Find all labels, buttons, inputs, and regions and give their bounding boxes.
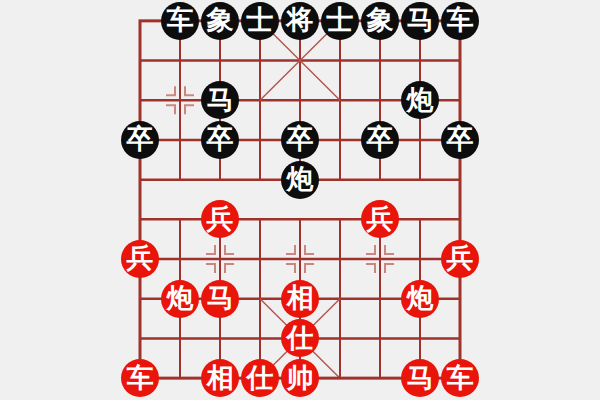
piece-red-general[interactable]: 帅 [281,359,319,397]
piece-red-cannon[interactable]: 炮 [401,280,439,318]
piece-black-soldier[interactable]: 卒 [281,121,319,159]
piece-black-horse[interactable]: 马 [401,2,439,40]
piece-red-advisor[interactable]: 仕 [281,319,319,357]
xiangqi-board[interactable]: 车象士将士象马车马炮卒卒卒卒卒炮兵兵兵兵炮马相炮仕车相仕帅马车 [120,1,480,398]
app-background: 车象士将士象马车马炮卒卒卒卒卒炮兵兵兵兵炮马相炮仕车相仕帅马车 [0,0,600,400]
piece-black-chariot[interactable]: 车 [161,2,199,40]
piece-black-advisor[interactable]: 士 [241,2,279,40]
piece-red-horse[interactable]: 马 [201,280,239,318]
piece-black-horse[interactable]: 马 [201,81,239,119]
piece-black-soldier[interactable]: 卒 [361,121,399,159]
piece-red-elephant[interactable]: 相 [281,280,319,318]
piece-black-advisor[interactable]: 士 [321,2,359,40]
piece-red-elephant[interactable]: 相 [201,359,239,397]
piece-red-soldier[interactable]: 兵 [441,240,479,278]
piece-red-chariot[interactable]: 车 [441,359,479,397]
piece-black-soldier[interactable]: 卒 [201,121,239,159]
piece-red-soldier[interactable]: 兵 [361,200,399,238]
piece-black-elephant[interactable]: 象 [361,2,399,40]
piece-black-cannon[interactable]: 炮 [401,81,439,119]
piece-red-horse[interactable]: 马 [401,359,439,397]
pieces-layer: 车象士将士象马车马炮卒卒卒卒卒炮兵兵兵兵炮马相炮仕车相仕帅马车 [120,1,480,398]
piece-red-soldier[interactable]: 兵 [201,200,239,238]
piece-red-chariot[interactable]: 车 [121,359,159,397]
piece-black-general[interactable]: 将 [281,2,319,40]
piece-red-cannon[interactable]: 炮 [161,280,199,318]
piece-red-advisor[interactable]: 仕 [241,359,279,397]
piece-black-chariot[interactable]: 车 [441,2,479,40]
piece-black-soldier[interactable]: 卒 [441,121,479,159]
piece-black-cannon[interactable]: 炮 [281,161,319,199]
piece-red-soldier[interactable]: 兵 [121,240,159,278]
piece-black-elephant[interactable]: 象 [201,2,239,40]
piece-black-soldier[interactable]: 卒 [121,121,159,159]
